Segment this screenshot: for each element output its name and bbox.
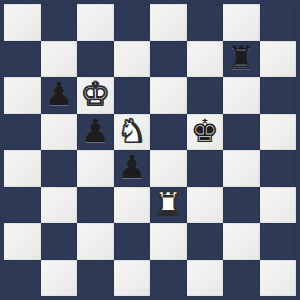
square-b3[interactable] bbox=[41, 187, 78, 224]
square-h5[interactable] bbox=[260, 114, 297, 151]
square-c8[interactable] bbox=[77, 4, 114, 41]
square-h3[interactable] bbox=[260, 187, 297, 224]
square-b2[interactable] bbox=[41, 223, 78, 260]
black-pawn-piece[interactable]: ♟ bbox=[44, 78, 73, 110]
square-a6[interactable] bbox=[4, 77, 41, 114]
chess-board-frame: ♜♟♚♟♞♚♟♜ bbox=[0, 0, 300, 300]
square-d7[interactable] bbox=[114, 41, 151, 78]
square-d5[interactable]: ♞ bbox=[114, 114, 151, 151]
square-e8[interactable] bbox=[150, 4, 187, 41]
square-g1[interactable] bbox=[223, 260, 260, 297]
square-a2[interactable] bbox=[4, 223, 41, 260]
square-f6[interactable] bbox=[187, 77, 224, 114]
square-b6[interactable]: ♟ bbox=[41, 77, 78, 114]
square-e4[interactable] bbox=[150, 150, 187, 187]
square-a8[interactable] bbox=[4, 4, 41, 41]
square-e6[interactable] bbox=[150, 77, 187, 114]
square-a5[interactable] bbox=[4, 114, 41, 151]
square-e3[interactable]: ♜ bbox=[150, 187, 187, 224]
square-f8[interactable] bbox=[187, 4, 224, 41]
white-knight-piece[interactable]: ♞ bbox=[117, 115, 146, 147]
square-h4[interactable] bbox=[260, 150, 297, 187]
square-e2[interactable] bbox=[150, 223, 187, 260]
square-d4[interactable]: ♟ bbox=[114, 150, 151, 187]
square-c6[interactable]: ♚ bbox=[77, 77, 114, 114]
square-h2[interactable] bbox=[260, 223, 297, 260]
square-e7[interactable] bbox=[150, 41, 187, 78]
square-g6[interactable] bbox=[223, 77, 260, 114]
square-f7[interactable] bbox=[187, 41, 224, 78]
white-rook-piece[interactable]: ♜ bbox=[154, 188, 183, 220]
square-a4[interactable] bbox=[4, 150, 41, 187]
square-c4[interactable] bbox=[77, 150, 114, 187]
square-b1[interactable] bbox=[41, 260, 78, 297]
square-d8[interactable] bbox=[114, 4, 151, 41]
square-e1[interactable] bbox=[150, 260, 187, 297]
black-pawn-piece[interactable]: ♟ bbox=[81, 115, 110, 147]
square-b5[interactable] bbox=[41, 114, 78, 151]
square-h8[interactable] bbox=[260, 4, 297, 41]
square-a1[interactable] bbox=[4, 260, 41, 297]
square-g3[interactable] bbox=[223, 187, 260, 224]
black-rook-piece[interactable]: ♜ bbox=[227, 42, 256, 74]
square-h6[interactable] bbox=[260, 77, 297, 114]
square-b7[interactable] bbox=[41, 41, 78, 78]
square-b4[interactable] bbox=[41, 150, 78, 187]
square-g8[interactable] bbox=[223, 4, 260, 41]
square-d1[interactable] bbox=[114, 260, 151, 297]
square-c5[interactable]: ♟ bbox=[77, 114, 114, 151]
square-g2[interactable] bbox=[223, 223, 260, 260]
white-king-piece[interactable]: ♚ bbox=[81, 78, 110, 110]
square-a7[interactable] bbox=[4, 41, 41, 78]
black-king-piece[interactable]: ♚ bbox=[190, 115, 219, 147]
square-g7[interactable]: ♜ bbox=[223, 41, 260, 78]
chess-board: ♜♟♚♟♞♚♟♜ bbox=[4, 4, 296, 296]
square-g4[interactable] bbox=[223, 150, 260, 187]
square-g5[interactable] bbox=[223, 114, 260, 151]
square-e5[interactable] bbox=[150, 114, 187, 151]
square-f2[interactable] bbox=[187, 223, 224, 260]
square-f4[interactable] bbox=[187, 150, 224, 187]
square-c3[interactable] bbox=[77, 187, 114, 224]
square-c1[interactable] bbox=[77, 260, 114, 297]
square-f3[interactable] bbox=[187, 187, 224, 224]
square-d2[interactable] bbox=[114, 223, 151, 260]
black-pawn-piece[interactable]: ♟ bbox=[117, 151, 146, 183]
square-c7[interactable] bbox=[77, 41, 114, 78]
square-f5[interactable]: ♚ bbox=[187, 114, 224, 151]
square-h7[interactable] bbox=[260, 41, 297, 78]
square-h1[interactable] bbox=[260, 260, 297, 297]
square-d3[interactable] bbox=[114, 187, 151, 224]
square-c2[interactable] bbox=[77, 223, 114, 260]
square-b8[interactable] bbox=[41, 4, 78, 41]
square-f1[interactable] bbox=[187, 260, 224, 297]
square-a3[interactable] bbox=[4, 187, 41, 224]
square-d6[interactable] bbox=[114, 77, 151, 114]
